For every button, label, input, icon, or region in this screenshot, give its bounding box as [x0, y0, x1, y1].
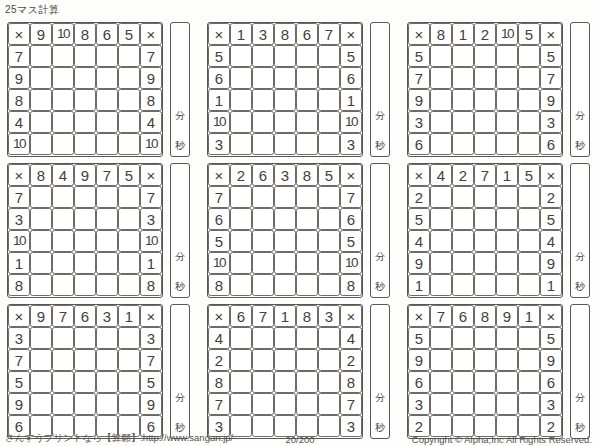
- row-header-cell-right: 6: [540, 133, 562, 155]
- col-header-cell: 5: [118, 164, 140, 186]
- answer-cell[interactable]: [252, 67, 274, 89]
- answer-cell[interactable]: [252, 393, 274, 415]
- answer-cell[interactable]: [430, 89, 452, 111]
- answer-cell[interactable]: [230, 133, 252, 155]
- answer-cell[interactable]: [296, 327, 318, 349]
- answer-cell[interactable]: [52, 252, 74, 274]
- row-header-cell: 7: [408, 67, 430, 89]
- answer-cell[interactable]: [30, 89, 52, 111]
- answer-cell[interactable]: [296, 111, 318, 133]
- answer-cell[interactable]: [74, 45, 96, 67]
- answer-cell[interactable]: [96, 393, 118, 415]
- minutes-label: 分: [575, 391, 585, 405]
- row-header-cell-right: 4: [340, 327, 362, 349]
- answer-cell[interactable]: [452, 274, 474, 296]
- answer-cell[interactable]: [430, 393, 452, 415]
- row-header-cell-right: 3: [540, 111, 562, 133]
- minutes-label: 分: [175, 391, 185, 405]
- row-header-cell: 9: [408, 89, 430, 111]
- answer-cell[interactable]: [96, 133, 118, 155]
- answer-cell[interactable]: [274, 111, 296, 133]
- answer-cell[interactable]: [496, 393, 518, 415]
- answer-cell[interactable]: [74, 111, 96, 133]
- answer-cell[interactable]: [274, 393, 296, 415]
- answer-cell[interactable]: [430, 274, 452, 296]
- drill-table-3: ×812105×5577993366: [407, 22, 563, 157]
- answer-cell[interactable]: [118, 274, 140, 296]
- answer-cell[interactable]: [430, 349, 452, 371]
- answer-cell[interactable]: [74, 393, 96, 415]
- seconds-label: 秒: [175, 280, 185, 294]
- answer-cell[interactable]: [230, 45, 252, 67]
- answer-cell[interactable]: [474, 230, 496, 252]
- answer-cell[interactable]: [118, 133, 140, 155]
- answer-cell[interactable]: [452, 67, 474, 89]
- row-header-cell: 9: [408, 252, 430, 274]
- answer-cell[interactable]: [230, 349, 252, 371]
- answer-cell[interactable]: [318, 133, 340, 155]
- col-header-cell: 9: [30, 305, 52, 327]
- answer-cell[interactable]: [496, 274, 518, 296]
- answer-cell[interactable]: [518, 274, 540, 296]
- answer-cell[interactable]: [52, 133, 74, 155]
- answer-cell[interactable]: [118, 393, 140, 415]
- answer-cell[interactable]: [52, 208, 74, 230]
- timer-box: 分秒: [570, 163, 590, 298]
- answer-cell[interactable]: [274, 45, 296, 67]
- col-header-cell: 9: [30, 23, 52, 45]
- answer-cell[interactable]: [474, 371, 496, 393]
- answer-cell[interactable]: [96, 67, 118, 89]
- answer-cell[interactable]: [274, 67, 296, 89]
- answer-cell[interactable]: [74, 208, 96, 230]
- answer-cell[interactable]: [52, 89, 74, 111]
- answer-cell[interactable]: [74, 371, 96, 393]
- multiply-sign-cell: ×: [8, 305, 30, 327]
- row-header-cell: 7: [8, 186, 30, 208]
- answer-cell[interactable]: [96, 274, 118, 296]
- answer-cell[interactable]: [118, 208, 140, 230]
- col-header-cell: 8: [296, 164, 318, 186]
- answer-cell[interactable]: [274, 133, 296, 155]
- row-header-cell-right: 7: [140, 45, 162, 67]
- answer-cell[interactable]: [96, 89, 118, 111]
- answer-cell[interactable]: [518, 89, 540, 111]
- answer-cell[interactable]: [30, 67, 52, 89]
- answer-cell[interactable]: [474, 208, 496, 230]
- row-header-cell: 7: [208, 186, 230, 208]
- answer-cell[interactable]: [496, 89, 518, 111]
- drill-block-2: ×13867×556611101033分秒: [207, 22, 407, 157]
- answer-cell[interactable]: [430, 230, 452, 252]
- answer-cell[interactable]: [474, 67, 496, 89]
- answer-cell[interactable]: [296, 133, 318, 155]
- row-header-cell-right: 6: [340, 208, 362, 230]
- row-header-cell: 7: [8, 45, 30, 67]
- answer-cell[interactable]: [30, 186, 52, 208]
- answer-cell[interactable]: [74, 274, 96, 296]
- drill-block-4: ×84975×773310101188分秒: [7, 163, 207, 298]
- answer-cell[interactable]: [96, 208, 118, 230]
- row-header-cell: 9: [8, 393, 30, 415]
- answer-cell[interactable]: [52, 111, 74, 133]
- answer-cell[interactable]: [52, 67, 74, 89]
- row-header-cell-right: 5: [140, 371, 162, 393]
- row-header-cell-right: 8: [340, 274, 362, 296]
- answer-cell[interactable]: [118, 111, 140, 133]
- row-header-cell: 1: [408, 274, 430, 296]
- answer-cell[interactable]: [230, 230, 252, 252]
- answer-cell[interactable]: [30, 45, 52, 67]
- answer-cell[interactable]: [496, 45, 518, 67]
- answer-cell[interactable]: [252, 230, 274, 252]
- answer-cell[interactable]: [430, 327, 452, 349]
- minutes-label: 分: [575, 250, 585, 264]
- answer-cell[interactable]: [96, 327, 118, 349]
- drill-table-5: ×26385×776655101088: [207, 163, 363, 298]
- answer-cell[interactable]: [118, 67, 140, 89]
- minutes-label: 分: [375, 109, 385, 123]
- answer-cell[interactable]: [318, 371, 340, 393]
- multiply-sign-cell: ×: [408, 23, 430, 45]
- answer-cell[interactable]: [474, 89, 496, 111]
- footer-page-number: 20/200: [285, 434, 314, 445]
- answer-cell[interactable]: [274, 349, 296, 371]
- drill-block-5: ×26385×776655101088分秒: [207, 163, 407, 298]
- answer-cell[interactable]: [496, 111, 518, 133]
- answer-cell[interactable]: [30, 371, 52, 393]
- answer-cell[interactable]: [496, 208, 518, 230]
- answer-cell[interactable]: [296, 274, 318, 296]
- answer-cell[interactable]: [518, 371, 540, 393]
- answer-cell[interactable]: [96, 230, 118, 252]
- drill-block-7: ×97631×3377559966分秒: [7, 304, 207, 439]
- answer-cell[interactable]: [296, 208, 318, 230]
- answer-cell[interactable]: [518, 111, 540, 133]
- answer-cell[interactable]: [452, 111, 474, 133]
- multiply-sign-cell: ×: [540, 164, 562, 186]
- answer-cell[interactable]: [274, 327, 296, 349]
- row-header-cell-right: 4: [140, 111, 162, 133]
- row-header-cell: 3: [408, 393, 430, 415]
- answer-cell[interactable]: [230, 67, 252, 89]
- answer-cell[interactable]: [296, 371, 318, 393]
- answer-cell[interactable]: [452, 230, 474, 252]
- answer-cell[interactable]: [252, 89, 274, 111]
- answer-cell[interactable]: [274, 208, 296, 230]
- multiply-sign-cell: ×: [140, 305, 162, 327]
- row-header-cell-right: 10: [140, 230, 162, 252]
- answer-cell[interactable]: [274, 230, 296, 252]
- answer-cell[interactable]: [452, 393, 474, 415]
- row-header-cell-right: 4: [540, 230, 562, 252]
- answer-cell[interactable]: [52, 371, 74, 393]
- answer-cell[interactable]: [118, 252, 140, 274]
- answer-cell[interactable]: [474, 133, 496, 155]
- drill-table-9: ×76891×5599663322: [407, 304, 563, 439]
- answer-cell[interactable]: [474, 327, 496, 349]
- answer-cell[interactable]: [30, 111, 52, 133]
- row-header-cell-right: 9: [540, 89, 562, 111]
- footer: さんすうプリントなら【算願】:http://www.sangan.jp/ 20/…: [0, 432, 600, 445]
- answer-cell[interactable]: [118, 89, 140, 111]
- answer-cell[interactable]: [52, 45, 74, 67]
- answer-cell[interactable]: [496, 327, 518, 349]
- answer-cell[interactable]: [496, 349, 518, 371]
- answer-cell[interactable]: [296, 230, 318, 252]
- row-header-cell: 5: [408, 45, 430, 67]
- multiply-sign-cell: ×: [208, 23, 230, 45]
- row-header-cell: 5: [208, 45, 230, 67]
- answer-cell[interactable]: [318, 67, 340, 89]
- answer-cell[interactable]: [474, 274, 496, 296]
- multiply-sign-cell: ×: [208, 164, 230, 186]
- row-header-cell-right: 3: [140, 208, 162, 230]
- row-header-cell: 10: [208, 252, 230, 274]
- answer-cell[interactable]: [274, 89, 296, 111]
- answer-cell[interactable]: [496, 252, 518, 274]
- seconds-label: 秒: [175, 139, 185, 153]
- footer-site-credit: さんすうプリントなら【算願】:http://www.sangan.jp/: [5, 432, 233, 445]
- answer-cell[interactable]: [96, 349, 118, 371]
- answer-cell[interactable]: [252, 133, 274, 155]
- multiply-sign-cell: ×: [540, 305, 562, 327]
- answer-cell[interactable]: [30, 274, 52, 296]
- answer-cell[interactable]: [452, 371, 474, 393]
- answer-cell[interactable]: [30, 327, 52, 349]
- row-header-cell: 3: [408, 111, 430, 133]
- answer-cell[interactable]: [296, 349, 318, 371]
- answer-cell[interactable]: [230, 393, 252, 415]
- answer-cell[interactable]: [52, 327, 74, 349]
- answer-cell[interactable]: [252, 371, 274, 393]
- row-header-cell: 6: [208, 208, 230, 230]
- answer-cell[interactable]: [452, 89, 474, 111]
- answer-cell[interactable]: [474, 111, 496, 133]
- answer-cell[interactable]: [230, 111, 252, 133]
- answer-cell[interactable]: [74, 252, 96, 274]
- col-header-cell: 7: [318, 23, 340, 45]
- drill-block-6: ×42715×2255449911分秒: [407, 163, 600, 298]
- row-header-cell: 4: [408, 230, 430, 252]
- answer-cell[interactable]: [30, 208, 52, 230]
- answer-cell[interactable]: [430, 111, 452, 133]
- answer-cell[interactable]: [118, 45, 140, 67]
- col-header-cell: 2: [230, 164, 252, 186]
- answer-cell[interactable]: [30, 230, 52, 252]
- answer-cell[interactable]: [74, 327, 96, 349]
- answer-cell[interactable]: [318, 393, 340, 415]
- answer-cell[interactable]: [230, 274, 252, 296]
- answer-cell[interactable]: [496, 67, 518, 89]
- answer-cell[interactable]: [452, 186, 474, 208]
- answer-cell[interactable]: [452, 327, 474, 349]
- answer-cell[interactable]: [96, 186, 118, 208]
- answer-cell[interactable]: [252, 208, 274, 230]
- row-header-cell-right: 2: [540, 186, 562, 208]
- row-header-cell-right: 7: [540, 67, 562, 89]
- answer-cell[interactable]: [274, 252, 296, 274]
- row-header-cell: 6: [408, 371, 430, 393]
- answer-cell[interactable]: [230, 208, 252, 230]
- answer-cell[interactable]: [30, 393, 52, 415]
- answer-cell[interactable]: [474, 393, 496, 415]
- answer-cell[interactable]: [230, 371, 252, 393]
- answer-cell[interactable]: [74, 186, 96, 208]
- answer-cell[interactable]: [96, 252, 118, 274]
- answer-cell[interactable]: [252, 186, 274, 208]
- answer-cell[interactable]: [296, 89, 318, 111]
- answer-cell[interactable]: [296, 186, 318, 208]
- drill-block-3: ×812105×5577993366分秒: [407, 22, 600, 157]
- answer-cell[interactable]: [118, 230, 140, 252]
- answer-cell[interactable]: [274, 274, 296, 296]
- col-header-cell: 6: [230, 305, 252, 327]
- answer-cell[interactable]: [430, 45, 452, 67]
- answer-cell[interactable]: [74, 230, 96, 252]
- answer-cell[interactable]: [318, 111, 340, 133]
- timer-box: 分秒: [370, 22, 390, 157]
- answer-cell[interactable]: [274, 371, 296, 393]
- answer-cell[interactable]: [118, 327, 140, 349]
- answer-cell[interactable]: [118, 371, 140, 393]
- answer-cell[interactable]: [318, 208, 340, 230]
- answer-cell[interactable]: [252, 252, 274, 274]
- row-header-cell-right: 9: [540, 252, 562, 274]
- answer-cell[interactable]: [296, 45, 318, 67]
- answer-cell[interactable]: [252, 111, 274, 133]
- row-header-cell-right: 5: [540, 45, 562, 67]
- col-header-cell: 1: [230, 23, 252, 45]
- answer-cell[interactable]: [96, 45, 118, 67]
- answer-cell[interactable]: [518, 133, 540, 155]
- answer-cell[interactable]: [474, 45, 496, 67]
- answer-cell[interactable]: [518, 208, 540, 230]
- row-header-cell: 6: [408, 133, 430, 155]
- answer-cell[interactable]: [452, 133, 474, 155]
- answer-cell[interactable]: [96, 111, 118, 133]
- col-header-cell: 2: [452, 164, 474, 186]
- answer-cell[interactable]: [452, 208, 474, 230]
- answer-cell[interactable]: [96, 371, 118, 393]
- answer-cell[interactable]: [74, 67, 96, 89]
- answer-cell[interactable]: [518, 230, 540, 252]
- answer-cell[interactable]: [518, 393, 540, 415]
- answer-cell[interactable]: [430, 186, 452, 208]
- timer-box: 分秒: [370, 304, 390, 439]
- page-title: 25マス計算: [5, 3, 60, 17]
- worksheet-page: 25マス計算 ×910865×779988441010分秒×13867×5566…: [0, 0, 600, 446]
- row-header-cell-right: 8: [340, 371, 362, 393]
- answer-cell[interactable]: [518, 45, 540, 67]
- answer-cell[interactable]: [118, 349, 140, 371]
- answer-cell[interactable]: [230, 252, 252, 274]
- answer-cell[interactable]: [430, 133, 452, 155]
- answer-cell[interactable]: [30, 252, 52, 274]
- answer-cell[interactable]: [518, 186, 540, 208]
- answer-cell[interactable]: [318, 89, 340, 111]
- answer-cell[interactable]: [118, 186, 140, 208]
- answer-cell[interactable]: [52, 349, 74, 371]
- answer-cell[interactable]: [318, 186, 340, 208]
- answer-cell[interactable]: [252, 349, 274, 371]
- answer-cell[interactable]: [318, 274, 340, 296]
- drill-table-4: ×84975×773310101188: [7, 163, 163, 298]
- answer-cell[interactable]: [452, 252, 474, 274]
- answer-cell[interactable]: [30, 349, 52, 371]
- col-header-cell: 5: [518, 23, 540, 45]
- answer-cell[interactable]: [74, 89, 96, 111]
- answer-cell[interactable]: [430, 208, 452, 230]
- answer-cell[interactable]: [30, 133, 52, 155]
- answer-cell[interactable]: [518, 327, 540, 349]
- answer-cell[interactable]: [52, 274, 74, 296]
- answer-cell[interactable]: [318, 252, 340, 274]
- col-header-cell: 3: [252, 23, 274, 45]
- answer-cell[interactable]: [296, 252, 318, 274]
- answer-cell[interactable]: [518, 349, 540, 371]
- row-header-cell-right: 3: [540, 393, 562, 415]
- answer-cell[interactable]: [474, 349, 496, 371]
- answer-cell[interactable]: [452, 349, 474, 371]
- timer-box: 分秒: [570, 304, 590, 439]
- timer-box: 分秒: [370, 163, 390, 298]
- answer-cell[interactable]: [518, 67, 540, 89]
- answer-cell[interactable]: [52, 186, 74, 208]
- answer-cell[interactable]: [296, 67, 318, 89]
- col-header-cell: 2: [474, 23, 496, 45]
- answer-cell[interactable]: [474, 186, 496, 208]
- answer-cell[interactable]: [252, 327, 274, 349]
- answer-cell[interactable]: [52, 393, 74, 415]
- row-header-cell: 2: [208, 349, 230, 371]
- answer-cell[interactable]: [430, 371, 452, 393]
- row-header-cell: 5: [8, 371, 30, 393]
- answer-cell[interactable]: [518, 252, 540, 274]
- row-header-cell: 5: [208, 230, 230, 252]
- answer-cell[interactable]: [496, 133, 518, 155]
- answer-cell[interactable]: [318, 349, 340, 371]
- answer-cell[interactable]: [52, 230, 74, 252]
- seconds-label: 秒: [575, 139, 585, 153]
- answer-cell[interactable]: [474, 252, 496, 274]
- answer-cell[interactable]: [230, 186, 252, 208]
- answer-cell[interactable]: [74, 349, 96, 371]
- answer-cell[interactable]: [496, 371, 518, 393]
- answer-cell[interactable]: [430, 67, 452, 89]
- answer-cell[interactable]: [230, 327, 252, 349]
- multiply-sign-cell: ×: [140, 23, 162, 45]
- answer-cell[interactable]: [430, 252, 452, 274]
- answer-cell[interactable]: [496, 186, 518, 208]
- answer-cell[interactable]: [318, 327, 340, 349]
- row-header-cell-right: 5: [340, 45, 362, 67]
- answer-cell[interactable]: [318, 45, 340, 67]
- answer-cell[interactable]: [274, 186, 296, 208]
- drill-table-2: ×13867×556611101033: [207, 22, 363, 157]
- answer-cell[interactable]: [252, 274, 274, 296]
- answer-cell[interactable]: [452, 45, 474, 67]
- answer-cell[interactable]: [252, 45, 274, 67]
- answer-cell[interactable]: [318, 230, 340, 252]
- row-header-cell: 2: [408, 186, 430, 208]
- answer-cell[interactable]: [496, 230, 518, 252]
- multiply-sign-cell: ×: [8, 23, 30, 45]
- answer-cell[interactable]: [296, 393, 318, 415]
- answer-cell[interactable]: [74, 133, 96, 155]
- row-header-cell: 9: [408, 349, 430, 371]
- answer-cell[interactable]: [230, 89, 252, 111]
